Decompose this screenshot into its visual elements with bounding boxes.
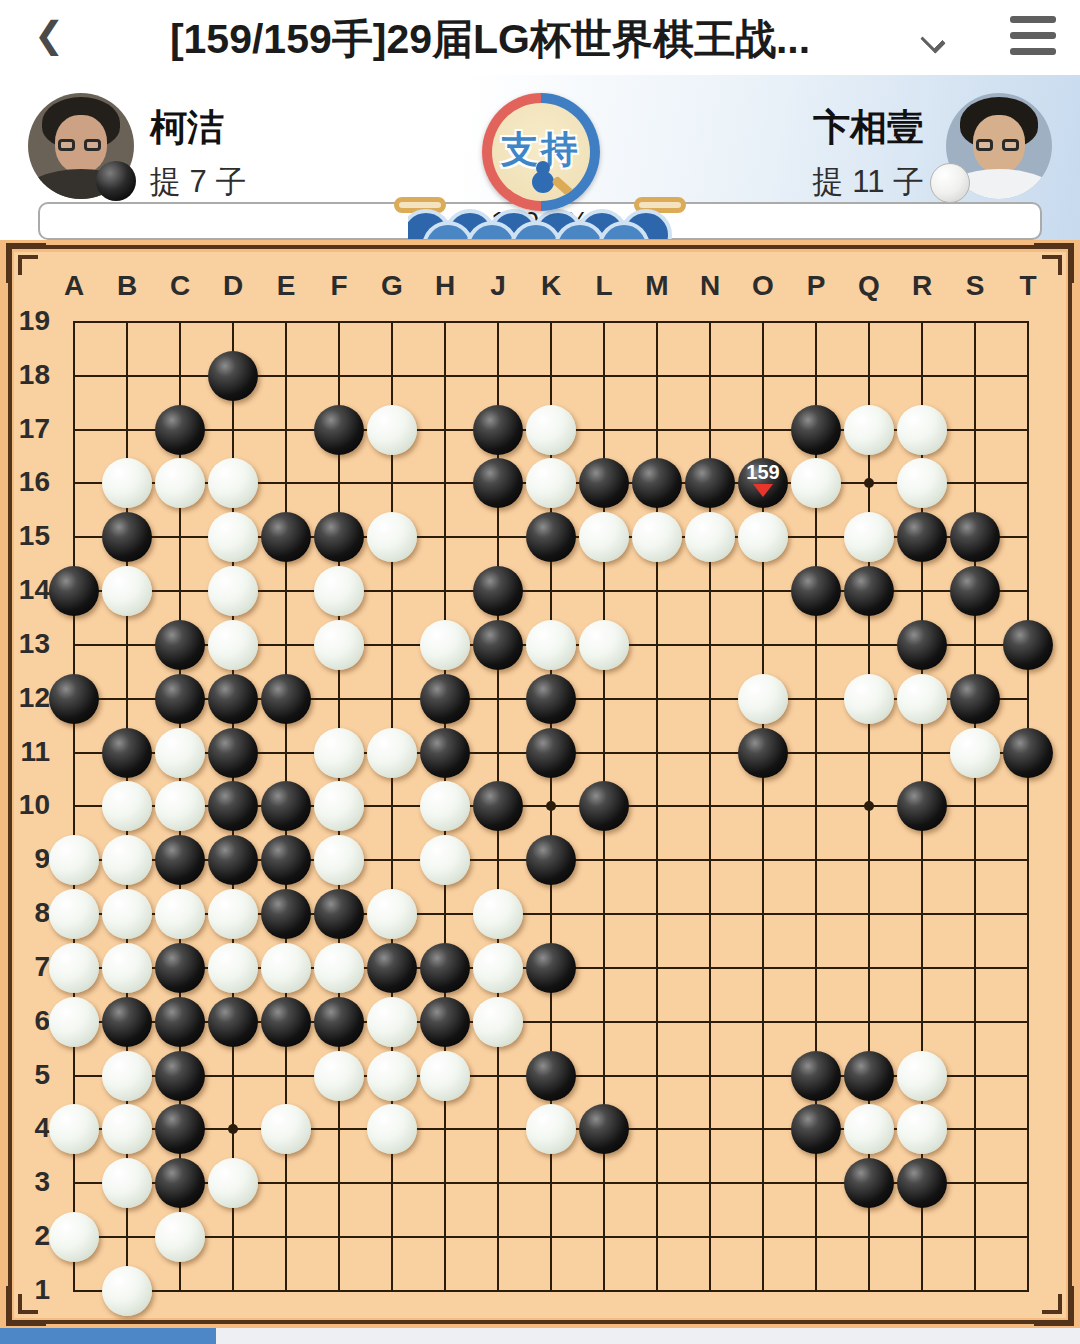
stone-black-F8 xyxy=(314,889,364,939)
column-label: A xyxy=(52,270,96,302)
frame-corner-ornament xyxy=(1022,1274,1074,1326)
players-panel: 柯洁 提 7 子 卞相壹 提 11 子 支持 xyxy=(0,75,1080,240)
stone-white-J8 xyxy=(473,889,523,939)
app-screen: ❮ [159/159手]29届LG杯世界棋王战... 柯洁 提 7 子 卞相壹 … xyxy=(0,0,1080,1344)
row-label: 19 xyxy=(2,305,50,337)
stone-black-K12 xyxy=(526,674,576,724)
stone-white-E7 xyxy=(261,943,311,993)
stone-white-Q15 xyxy=(844,512,894,562)
stone-black-T13 xyxy=(1003,620,1053,670)
stone-white-B3 xyxy=(102,1158,152,1208)
stone-white-A2 xyxy=(49,1212,99,1262)
grid-line xyxy=(974,321,976,1292)
column-label: J xyxy=(476,270,520,302)
black-player-name: 柯洁 xyxy=(150,103,224,153)
stone-white-K17 xyxy=(526,405,576,455)
stone-white-B14 xyxy=(102,566,152,616)
stone-black-J13 xyxy=(473,620,523,670)
column-label: E xyxy=(264,270,308,302)
stone-white-F9 xyxy=(314,835,364,885)
stone-black-K15 xyxy=(526,512,576,562)
stone-white-D7 xyxy=(208,943,258,993)
stone-black-S12 xyxy=(950,674,1000,724)
stone-white-D15 xyxy=(208,512,258,562)
stone-black-Q3 xyxy=(844,1158,894,1208)
stone-black-O11 xyxy=(738,728,788,778)
row-label: 1 xyxy=(2,1274,50,1306)
stone-black-C12 xyxy=(155,674,205,724)
stone-white-A7 xyxy=(49,943,99,993)
stone-black-R3 xyxy=(897,1158,947,1208)
stone-black-F17 xyxy=(314,405,364,455)
stone-black-Q14 xyxy=(844,566,894,616)
stone-white-J6 xyxy=(473,997,523,1047)
row-label: 9 xyxy=(2,843,50,875)
row-label: 6 xyxy=(2,1005,50,1037)
last-move-marker-icon xyxy=(753,484,773,497)
stone-white-B5 xyxy=(102,1051,152,1101)
column-label: B xyxy=(105,270,149,302)
row-label: 5 xyxy=(2,1059,50,1091)
stone-white-N15 xyxy=(685,512,735,562)
stone-black-C17 xyxy=(155,405,205,455)
row-label: 17 xyxy=(2,413,50,445)
stone-white-G6 xyxy=(367,997,417,1047)
column-label: P xyxy=(794,270,838,302)
stone-white-O15 xyxy=(738,512,788,562)
column-label: D xyxy=(211,270,255,302)
column-label: Q xyxy=(847,270,891,302)
row-label: 12 xyxy=(2,682,50,714)
page-title: [159/159手]29届LG杯世界棋王战... xyxy=(90,12,890,67)
stone-white-R12 xyxy=(897,674,947,724)
stone-black-K5 xyxy=(526,1051,576,1101)
stone-white-F5 xyxy=(314,1051,364,1101)
column-label: H xyxy=(423,270,467,302)
stone-white-G8 xyxy=(367,889,417,939)
stone-black-Q5 xyxy=(844,1051,894,1101)
stone-black-P14 xyxy=(791,566,841,616)
stone-white-L15 xyxy=(579,512,629,562)
stone-black-A12 xyxy=(49,674,99,724)
stone-black-H12 xyxy=(420,674,470,724)
stone-white-C2 xyxy=(155,1212,205,1262)
stone-black-T11 xyxy=(1003,728,1053,778)
stone-black-J14 xyxy=(473,566,523,616)
stone-white-B8 xyxy=(102,889,152,939)
stone-white-A9 xyxy=(49,835,99,885)
column-label: R xyxy=(900,270,944,302)
stone-white-F7 xyxy=(314,943,364,993)
black-player-captures: 提 7 子 xyxy=(150,161,246,203)
stone-white-B1 xyxy=(102,1266,152,1316)
grid-line xyxy=(73,1236,1029,1238)
row-label: 11 xyxy=(2,736,50,768)
black-stone-icon xyxy=(96,161,136,201)
row-label: 10 xyxy=(2,789,50,821)
stone-black-C3 xyxy=(155,1158,205,1208)
stone-black-K11 xyxy=(526,728,576,778)
move-number-label: 159 xyxy=(738,461,788,484)
column-label: K xyxy=(529,270,573,302)
frame-corner-ornament xyxy=(6,243,58,295)
stone-black-D12 xyxy=(208,674,258,724)
stone-black-F15 xyxy=(314,512,364,562)
stone-black-K9 xyxy=(526,835,576,885)
stone-black-H6 xyxy=(420,997,470,1047)
stone-black-B6 xyxy=(102,997,152,1047)
stone-white-A6 xyxy=(49,997,99,1047)
stone-white-F13 xyxy=(314,620,364,670)
grid-line xyxy=(1027,321,1029,1292)
column-label: M xyxy=(635,270,679,302)
stone-black-H11 xyxy=(420,728,470,778)
row-label: 13 xyxy=(2,628,50,660)
stone-black-E15 xyxy=(261,512,311,562)
grid-line xyxy=(73,1290,1029,1292)
stone-black-S15 xyxy=(950,512,1000,562)
stone-black-A14 xyxy=(49,566,99,616)
stone-black-C7 xyxy=(155,943,205,993)
stone-black-D11 xyxy=(208,728,258,778)
stone-white-F14 xyxy=(314,566,364,616)
stone-white-K13 xyxy=(526,620,576,670)
stone-white-G17 xyxy=(367,405,417,455)
nav-bar: ❮ [159/159手]29届LG杯世界棋王战... xyxy=(0,0,1080,75)
row-label: 16 xyxy=(2,466,50,498)
stone-white-S11 xyxy=(950,728,1000,778)
white-stone-icon xyxy=(930,163,970,203)
stone-white-D13 xyxy=(208,620,258,670)
stone-white-F11 xyxy=(314,728,364,778)
column-label: O xyxy=(741,270,785,302)
stone-white-G15 xyxy=(367,512,417,562)
stone-black-E8 xyxy=(261,889,311,939)
stone-black-J17 xyxy=(473,405,523,455)
column-label: N xyxy=(688,270,732,302)
stone-black-R13 xyxy=(897,620,947,670)
stone-white-H5 xyxy=(420,1051,470,1101)
stone-white-D14 xyxy=(208,566,258,616)
stone-white-H9 xyxy=(420,835,470,885)
stone-black-D9 xyxy=(208,835,258,885)
white-player-name: 卞相壹 xyxy=(813,103,924,153)
stone-white-B9 xyxy=(102,835,152,885)
chevron-down-icon[interactable] xyxy=(916,22,952,52)
stone-black-C13 xyxy=(155,620,205,670)
stone-black-D18 xyxy=(208,351,258,401)
column-label: G xyxy=(370,270,414,302)
column-label: C xyxy=(158,270,202,302)
stone-white-O12 xyxy=(738,674,788,724)
stone-black-H7 xyxy=(420,943,470,993)
stone-white-R17 xyxy=(897,405,947,455)
white-player-captures: 提 11 子 xyxy=(813,161,924,203)
stone-white-H13 xyxy=(420,620,470,670)
row-label: 3 xyxy=(2,1166,50,1198)
bottom-progress-track xyxy=(0,1328,1080,1344)
stone-black-C6 xyxy=(155,997,205,1047)
row-label: 14 xyxy=(2,574,50,606)
stone-white-C11 xyxy=(155,728,205,778)
back-icon[interactable]: ❮ xyxy=(34,14,64,56)
row-label: 2 xyxy=(2,1220,50,1252)
stone-white-D8 xyxy=(208,889,258,939)
stone-black-B11 xyxy=(102,728,152,778)
column-label: T xyxy=(1006,270,1050,302)
support-badge[interactable]: 支持 xyxy=(398,81,682,239)
stone-white-Q12 xyxy=(844,674,894,724)
column-label: F xyxy=(317,270,361,302)
support-ring-icon: 支持 xyxy=(482,93,600,211)
stone-white-G5 xyxy=(367,1051,417,1101)
row-label: 15 xyxy=(2,520,50,552)
stone-black-B15 xyxy=(102,512,152,562)
stone-black-R15 xyxy=(897,512,947,562)
stone-white-Q17 xyxy=(844,405,894,455)
stone-black-K7 xyxy=(526,943,576,993)
stone-black-C5 xyxy=(155,1051,205,1101)
stone-black-E9 xyxy=(261,835,311,885)
stone-white-J7 xyxy=(473,943,523,993)
go-board[interactable]: ABCDEFGHJKLMNOPQRST191817161514131211109… xyxy=(0,240,1080,1328)
row-label: 8 xyxy=(2,897,50,929)
stone-black-P5 xyxy=(791,1051,841,1101)
stone-black-F6 xyxy=(314,997,364,1047)
stone-black-D6 xyxy=(208,997,258,1047)
stone-white-A8 xyxy=(49,889,99,939)
stone-black-G7 xyxy=(367,943,417,993)
stone-black-S14 xyxy=(950,566,1000,616)
stone-black-E6 xyxy=(261,997,311,1047)
stone-white-M15 xyxy=(632,512,682,562)
column-label: S xyxy=(953,270,997,302)
stone-white-L13 xyxy=(579,620,629,670)
menu-icon[interactable] xyxy=(1010,16,1056,58)
row-label: 7 xyxy=(2,951,50,983)
stone-white-R5 xyxy=(897,1051,947,1101)
stone-black-P17 xyxy=(791,405,841,455)
stone-black-C9 xyxy=(155,835,205,885)
stone-white-C8 xyxy=(155,889,205,939)
row-label: 4 xyxy=(2,1112,50,1144)
bottom-progress-bar xyxy=(0,1328,216,1344)
row-label: 18 xyxy=(2,359,50,391)
stone-black-E12 xyxy=(261,674,311,724)
stone-white-B7 xyxy=(102,943,152,993)
stone-white-D3 xyxy=(208,1158,258,1208)
stone-white-G11 xyxy=(367,728,417,778)
column-label: L xyxy=(582,270,626,302)
